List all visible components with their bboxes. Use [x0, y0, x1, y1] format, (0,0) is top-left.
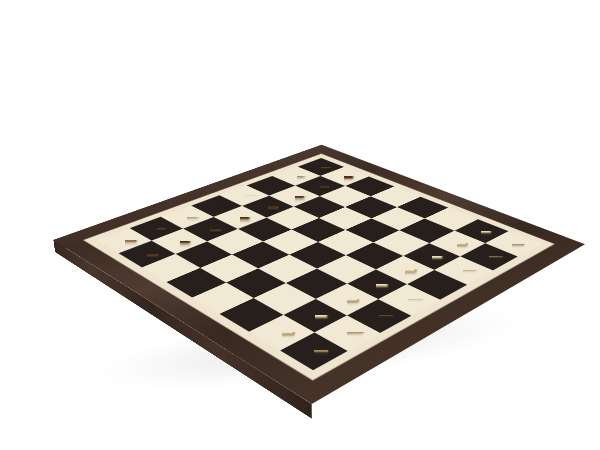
chessboard-scene: ♜♟♟♜♞♟♟♞♝♟♟♝♚♟♟♚♛♟♟♛♝♟♟♝♞♟♟♞♜♟♟♜ — [0, 0, 600, 450]
product-photo: ♜♟♟♜♞♟♟♞♝♟♟♝♚♟♟♚♛♟♟♛♝♟♟♝♞♟♟♞♜♟♟♜ — [0, 0, 600, 450]
board-frame: ♜♟♟♜♞♟♟♞♝♟♟♝♚♟♟♚♛♟♟♛♝♟♟♝♞♟♟♞♜♟♟♜ — [53, 145, 585, 404]
white-rook-icon: ♜ — [259, 310, 369, 359]
chess-board: ♜♟♟♜♞♟♟♞♝♟♟♝♚♟♟♚♛♟♟♛♝♟♟♝♞♟♟♞♜♟♟♜ — [53, 145, 585, 404]
board-margin: ♜♟♟♜♞♟♟♞♝♟♟♝♚♟♟♚♛♟♟♛♝♟♟♝♞♟♟♞♜♟♟♜ — [83, 154, 555, 381]
square-a6[interactable] — [142, 254, 200, 282]
square-a1[interactable]: ♜ — [280, 332, 348, 370]
board-grid: ♜♟♟♜♞♟♟♞♝♟♟♝♚♟♟♚♛♟♟♛♝♟♟♝♞♟♟♞♜♟♟♜ — [97, 158, 541, 370]
